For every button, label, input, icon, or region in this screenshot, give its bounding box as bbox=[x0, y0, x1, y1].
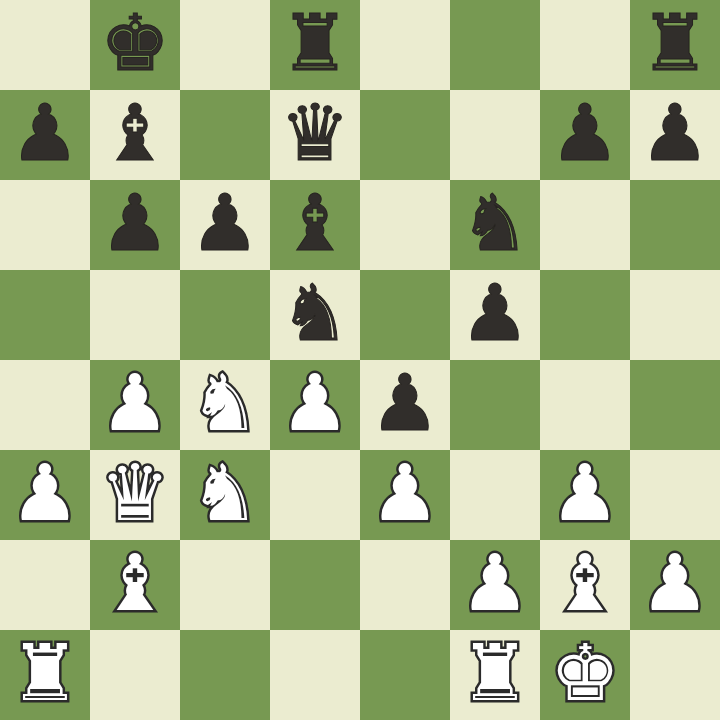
square-d3[interactable] bbox=[270, 450, 360, 540]
square-h4[interactable] bbox=[630, 360, 720, 450]
piece-white-pawn[interactable]: ♟ bbox=[370, 448, 440, 538]
square-f2[interactable]: ♟ bbox=[450, 540, 540, 630]
square-a5[interactable] bbox=[0, 270, 90, 360]
square-b4[interactable]: ♟ bbox=[90, 360, 180, 450]
piece-white-pawn[interactable]: ♟ bbox=[100, 358, 170, 448]
square-f7[interactable] bbox=[450, 90, 540, 180]
square-h3[interactable] bbox=[630, 450, 720, 540]
square-e3[interactable]: ♟ bbox=[360, 450, 450, 540]
piece-white-queen[interactable]: ♛ bbox=[100, 448, 170, 538]
piece-white-rook[interactable]: ♜ bbox=[10, 628, 80, 718]
square-b1[interactable] bbox=[90, 630, 180, 720]
square-e4[interactable]: ♟ bbox=[360, 360, 450, 450]
piece-white-knight[interactable]: ♞ bbox=[190, 358, 260, 448]
square-e8[interactable] bbox=[360, 0, 450, 90]
square-a6[interactable] bbox=[0, 180, 90, 270]
piece-black-pawn[interactable]: ♟ bbox=[640, 88, 710, 178]
square-g3[interactable]: ♟ bbox=[540, 450, 630, 540]
square-c7[interactable] bbox=[180, 90, 270, 180]
piece-white-king[interactable]: ♚ bbox=[550, 628, 620, 718]
square-a4[interactable] bbox=[0, 360, 90, 450]
square-h7[interactable]: ♟ bbox=[630, 90, 720, 180]
square-d5[interactable]: ♞ bbox=[270, 270, 360, 360]
piece-black-knight[interactable]: ♞ bbox=[460, 178, 530, 268]
square-c6[interactable]: ♟ bbox=[180, 180, 270, 270]
square-h1[interactable] bbox=[630, 630, 720, 720]
square-c3[interactable]: ♞ bbox=[180, 450, 270, 540]
square-d1[interactable] bbox=[270, 630, 360, 720]
square-a1[interactable]: ♜ bbox=[0, 630, 90, 720]
square-f6[interactable]: ♞ bbox=[450, 180, 540, 270]
square-b5[interactable] bbox=[90, 270, 180, 360]
square-g5[interactable] bbox=[540, 270, 630, 360]
square-e2[interactable] bbox=[360, 540, 450, 630]
piece-white-pawn[interactable]: ♟ bbox=[640, 538, 710, 628]
square-g4[interactable] bbox=[540, 360, 630, 450]
piece-black-pawn[interactable]: ♟ bbox=[550, 88, 620, 178]
square-g6[interactable] bbox=[540, 180, 630, 270]
square-e6[interactable] bbox=[360, 180, 450, 270]
square-d4[interactable]: ♟ bbox=[270, 360, 360, 450]
piece-black-bishop[interactable]: ♝ bbox=[100, 88, 170, 178]
square-g1[interactable]: ♚ bbox=[540, 630, 630, 720]
square-b3[interactable]: ♛ bbox=[90, 450, 180, 540]
square-d7[interactable]: ♛ bbox=[270, 90, 360, 180]
piece-black-knight[interactable]: ♞ bbox=[280, 268, 350, 358]
piece-black-rook[interactable]: ♜ bbox=[640, 0, 710, 88]
square-c4[interactable]: ♞ bbox=[180, 360, 270, 450]
square-h6[interactable] bbox=[630, 180, 720, 270]
square-e1[interactable] bbox=[360, 630, 450, 720]
square-c1[interactable] bbox=[180, 630, 270, 720]
piece-black-pawn[interactable]: ♟ bbox=[100, 178, 170, 268]
square-a8[interactable] bbox=[0, 0, 90, 90]
square-h2[interactable]: ♟ bbox=[630, 540, 720, 630]
square-e5[interactable] bbox=[360, 270, 450, 360]
piece-black-pawn[interactable]: ♟ bbox=[10, 88, 80, 178]
piece-black-pawn[interactable]: ♟ bbox=[460, 268, 530, 358]
piece-black-bishop[interactable]: ♝ bbox=[280, 178, 350, 268]
square-e7[interactable] bbox=[360, 90, 450, 180]
piece-white-bishop[interactable]: ♝ bbox=[550, 538, 620, 628]
square-c8[interactable] bbox=[180, 0, 270, 90]
square-a2[interactable] bbox=[0, 540, 90, 630]
square-c2[interactable] bbox=[180, 540, 270, 630]
square-b7[interactable]: ♝ bbox=[90, 90, 180, 180]
piece-white-rook[interactable]: ♜ bbox=[460, 628, 530, 718]
square-d2[interactable] bbox=[270, 540, 360, 630]
square-g7[interactable]: ♟ bbox=[540, 90, 630, 180]
piece-white-bishop[interactable]: ♝ bbox=[100, 538, 170, 628]
piece-white-pawn[interactable]: ♟ bbox=[550, 448, 620, 538]
piece-white-pawn[interactable]: ♟ bbox=[10, 448, 80, 538]
piece-white-knight[interactable]: ♞ bbox=[190, 448, 260, 538]
square-g2[interactable]: ♝ bbox=[540, 540, 630, 630]
square-b2[interactable]: ♝ bbox=[90, 540, 180, 630]
square-f3[interactable] bbox=[450, 450, 540, 540]
square-h5[interactable] bbox=[630, 270, 720, 360]
square-f5[interactable]: ♟ bbox=[450, 270, 540, 360]
piece-white-pawn[interactable]: ♟ bbox=[280, 358, 350, 448]
piece-white-pawn[interactable]: ♟ bbox=[460, 538, 530, 628]
square-a3[interactable]: ♟ bbox=[0, 450, 90, 540]
piece-black-queen[interactable]: ♛ bbox=[280, 88, 350, 178]
square-f1[interactable]: ♜ bbox=[450, 630, 540, 720]
square-d8[interactable]: ♜ bbox=[270, 0, 360, 90]
square-g8[interactable] bbox=[540, 0, 630, 90]
square-b8[interactable]: ♚ bbox=[90, 0, 180, 90]
piece-black-king[interactable]: ♚ bbox=[100, 0, 170, 88]
square-b6[interactable]: ♟ bbox=[90, 180, 180, 270]
square-a7[interactable]: ♟ bbox=[0, 90, 90, 180]
square-c5[interactable] bbox=[180, 270, 270, 360]
square-h8[interactable]: ♜ bbox=[630, 0, 720, 90]
piece-black-rook[interactable]: ♜ bbox=[280, 0, 350, 88]
square-d6[interactable]: ♝ bbox=[270, 180, 360, 270]
piece-black-pawn[interactable]: ♟ bbox=[190, 178, 260, 268]
chess-board: ♚♜♜♟♝♛♟♟♟♟♝♞♞♟♟♞♟♟♟♛♞♟♟♝♟♝♟♜♜♚ bbox=[0, 0, 720, 720]
square-f4[interactable] bbox=[450, 360, 540, 450]
square-f8[interactable] bbox=[450, 0, 540, 90]
piece-black-pawn[interactable]: ♟ bbox=[370, 358, 440, 448]
